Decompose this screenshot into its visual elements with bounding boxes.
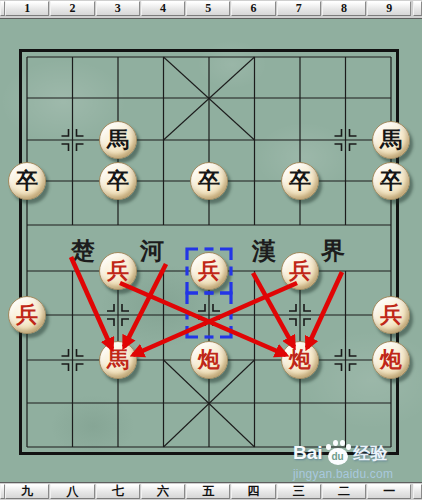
attack-arrow <box>120 283 286 355</box>
file-label: 6 <box>231 1 275 16</box>
ruler-stub <box>413 484 422 499</box>
file-label: 二 <box>322 484 366 499</box>
ruler-stub <box>0 484 5 499</box>
file-label: 8 <box>322 1 366 16</box>
attack-arrow <box>307 272 342 348</box>
file-ruler-bottom: 九八七六五四三二一 <box>0 482 422 500</box>
file-label: 2 <box>50 1 94 16</box>
watermark-url: jingyan.baidu.com <box>293 467 417 481</box>
file-label: 7 <box>277 1 321 16</box>
baidu-logo-text: Bai <box>293 442 323 464</box>
jingyan-logo-text: 经验 <box>354 442 388 465</box>
file-label: 4 <box>141 1 185 16</box>
attack-arrow <box>124 264 166 347</box>
file-label: 3 <box>96 1 140 16</box>
ruler-stub <box>413 1 422 16</box>
attack-arrow <box>71 257 112 349</box>
file-label: 三 <box>277 484 321 499</box>
file-label: 九 <box>5 484 49 499</box>
annotation-layer <box>0 0 422 500</box>
file-label: 六 <box>141 484 185 499</box>
baidu-jingyan-watermark: Bai du 经验 jingyan.baidu.com <box>293 440 417 481</box>
file-label: 5 <box>186 1 230 16</box>
file-label: 五 <box>186 484 230 499</box>
baidu-paw-icon: du <box>325 440 352 466</box>
xiangqi-app-screen: 123456789 九八七六五四三二一 楚河漢界 馬馬卒卒卒卒卒兵兵兵兵兵馬炮炮… <box>0 0 422 500</box>
file-ruler-top: 123456789 <box>0 0 422 19</box>
file-label: 八 <box>50 484 94 499</box>
file-label: 七 <box>96 484 140 499</box>
file-label: 一 <box>367 484 411 499</box>
file-label: 1 <box>5 1 49 16</box>
file-label: 四 <box>231 484 275 499</box>
ruler-stub <box>0 1 5 16</box>
attack-arrow <box>133 283 297 355</box>
selection-bracket <box>187 249 231 293</box>
attack-arrow <box>253 273 294 347</box>
file-label: 9 <box>367 1 411 16</box>
